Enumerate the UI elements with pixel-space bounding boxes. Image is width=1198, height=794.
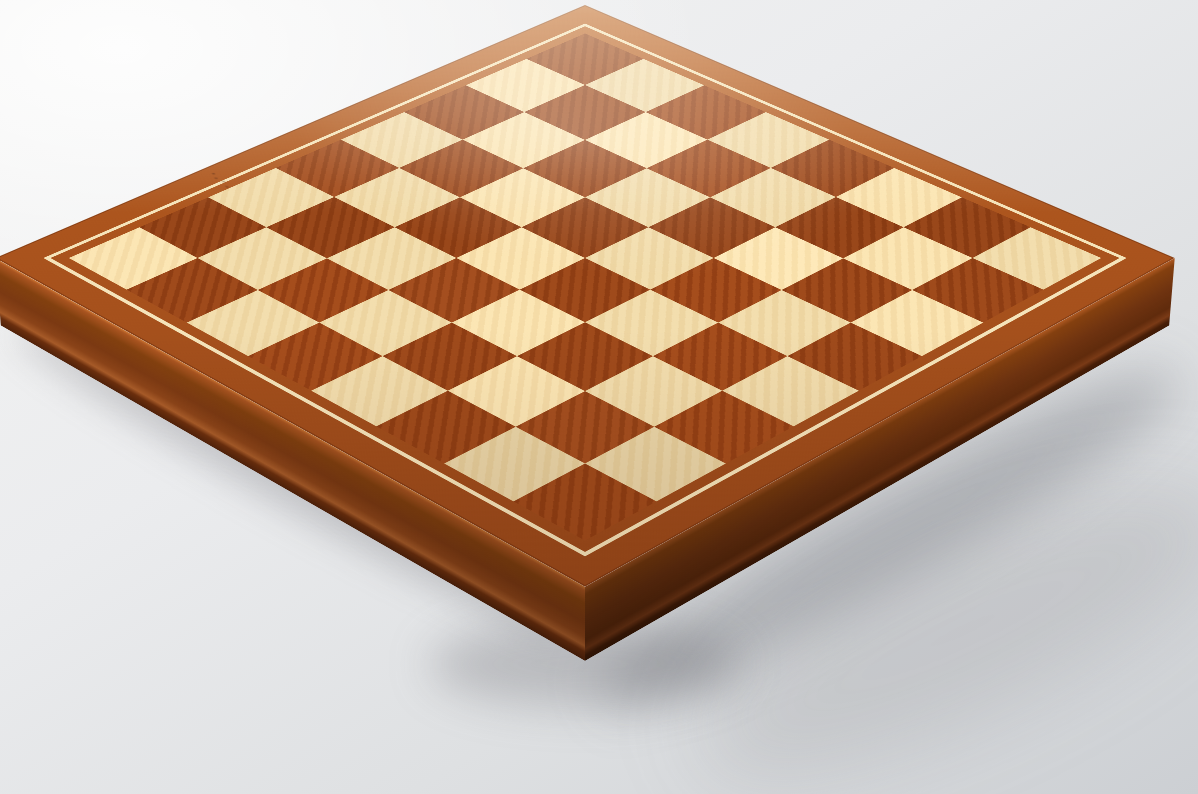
- square-g6: [781, 258, 912, 322]
- square-c1: [186, 290, 319, 356]
- square-h1: [513, 463, 656, 540]
- square-f5: [650, 258, 781, 322]
- square-f3: [518, 322, 653, 390]
- square-c2: [258, 258, 389, 322]
- chessboard: [0, 5, 1175, 587]
- square-h3: [654, 391, 793, 464]
- square-d3: [389, 258, 520, 322]
- square-g2: [516, 391, 655, 464]
- square-f4: [585, 290, 718, 356]
- square-h4: [722, 356, 859, 426]
- square-h7: [912, 258, 1043, 322]
- square-g3: [585, 356, 722, 426]
- square-e2: [383, 322, 518, 390]
- square-d1: [248, 322, 383, 390]
- square-e3: [452, 290, 585, 356]
- square-h6: [851, 290, 984, 356]
- square-f2: [448, 356, 585, 426]
- square-g4: [652, 322, 787, 390]
- square-g1: [444, 426, 585, 501]
- photo-background: [0, 0, 1198, 794]
- board-grid: [69, 33, 1101, 540]
- board-top-surface: [0, 5, 1175, 587]
- square-h5: [787, 322, 922, 390]
- square-f1: [377, 391, 516, 464]
- square-e4: [520, 258, 651, 322]
- square-h2: [585, 426, 726, 501]
- scene: [0, 0, 1198, 794]
- square-e1: [311, 356, 448, 426]
- square-d2: [319, 290, 452, 356]
- square-g5: [718, 290, 851, 356]
- square-b1: [127, 258, 258, 322]
